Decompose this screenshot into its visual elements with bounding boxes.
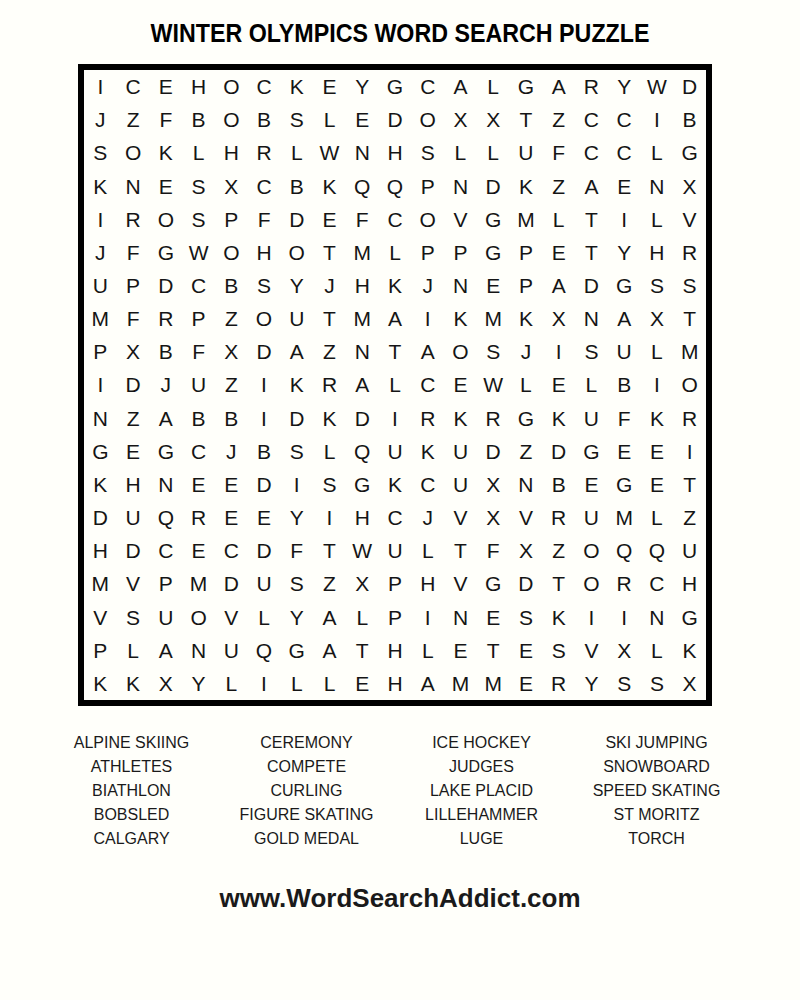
- word-item: ALPINE SKIING: [44, 731, 219, 755]
- grid-cell-r6c4: W: [182, 236, 215, 269]
- grid-cell-r10c15: E: [542, 368, 575, 401]
- grid-cell-r9c11: A: [411, 335, 444, 368]
- grid-cell-r18c12: E: [444, 634, 477, 667]
- grid-cell-r14c10: C: [379, 501, 412, 534]
- grid-cell-r18c1: P: [84, 634, 117, 667]
- grid-cell-r12c5: J: [215, 435, 248, 468]
- grid-cell-r3c12: L: [444, 136, 477, 169]
- grid-cell-r12c7: S: [280, 435, 313, 468]
- grid-cell-r3c1: S: [84, 136, 117, 169]
- grid-cell-r19c14: E: [510, 667, 543, 700]
- grid-cell-r16c3: P: [149, 567, 182, 600]
- grid-cell-r1c13: L: [477, 70, 510, 103]
- grid-cell-r6c18: H: [641, 236, 674, 269]
- grid-cell-r10c8: R: [313, 368, 346, 401]
- grid-cell-r8c5: Z: [215, 302, 248, 335]
- grid-cell-r3c7: L: [280, 136, 313, 169]
- grid-cell-r14c2: U: [117, 501, 150, 534]
- grid-cell-r14c9: H: [346, 501, 379, 534]
- grid-cell-r1c15: A: [542, 70, 575, 103]
- word-item: SKI JUMPING: [569, 731, 744, 755]
- grid-cell-r5c14: M: [510, 203, 543, 236]
- grid-cell-r6c15: E: [542, 236, 575, 269]
- grid-cell-r3c14: U: [510, 136, 543, 169]
- grid-cell-r1c9: Y: [346, 70, 379, 103]
- grid-cell-r3c10: H: [379, 136, 412, 169]
- grid-cell-r6c12: P: [444, 236, 477, 269]
- grid-cell-r6c6: H: [248, 236, 281, 269]
- grid-cell-r3c11: S: [411, 136, 444, 169]
- grid-cell-r19c4: Y: [182, 667, 215, 700]
- grid-cell-r11c13: R: [477, 402, 510, 435]
- grid-cell-r16c19: H: [673, 567, 706, 600]
- grid-cell-r9c5: X: [215, 335, 248, 368]
- grid-cell-r11c8: K: [313, 402, 346, 435]
- grid-cell-r8c2: F: [117, 302, 150, 335]
- grid-cell-r17c16: I: [575, 601, 608, 634]
- grid-cell-r16c6: U: [248, 567, 281, 600]
- grid-cell-r10c18: I: [641, 368, 674, 401]
- grid-cell-r3c6: R: [248, 136, 281, 169]
- grid-cell-r9c2: X: [117, 335, 150, 368]
- grid-cell-r17c7: Y: [280, 601, 313, 634]
- grid-cell-r14c11: J: [411, 501, 444, 534]
- grid-cell-r13c19: T: [673, 468, 706, 501]
- grid-cell-r13c16: E: [575, 468, 608, 501]
- grid-cell-r4c1: K: [84, 169, 117, 202]
- grid-cell-r7c5: B: [215, 269, 248, 302]
- grid-cell-r3c5: H: [215, 136, 248, 169]
- grid-cell-r11c15: K: [542, 402, 575, 435]
- grid-cell-r17c1: V: [84, 601, 117, 634]
- grid-cell-r10c10: L: [379, 368, 412, 401]
- grid-cell-r15c11: L: [411, 534, 444, 567]
- grid-cell-r10c17: B: [608, 368, 641, 401]
- grid-cell-r7c9: H: [346, 269, 379, 302]
- grid-cell-r14c3: Q: [149, 501, 182, 534]
- grid-cell-r19c16: Y: [575, 667, 608, 700]
- grid-cell-r2c7: S: [280, 103, 313, 136]
- grid-cell-r3c13: L: [477, 136, 510, 169]
- word-item: TORCH: [569, 827, 744, 851]
- grid-cell-r15c2: D: [117, 534, 150, 567]
- grid-cell-r6c9: M: [346, 236, 379, 269]
- grid-cell-r4c14: K: [510, 169, 543, 202]
- grid-cell-r19c2: K: [117, 667, 150, 700]
- grid-cell-r10c1: I: [84, 368, 117, 401]
- grid-cell-r9c8: Z: [313, 335, 346, 368]
- website-url: www.WordSearchAddict.com: [0, 883, 800, 914]
- grid-cell-r9c9: N: [346, 335, 379, 368]
- grid-cell-r14c6: E: [248, 501, 281, 534]
- grid-cell-r10c3: J: [149, 368, 182, 401]
- grid-cell-r14c19: Z: [673, 501, 706, 534]
- grid-cell-r17c8: A: [313, 601, 346, 634]
- grid-cell-r13c7: I: [280, 468, 313, 501]
- grid-cell-r9c10: T: [379, 335, 412, 368]
- word-search-page: WINTER OLYMPICS WORD SEARCH PUZZLE ICEHO…: [0, 0, 800, 1000]
- grid-cell-r1c6: C: [248, 70, 281, 103]
- grid-cell-r3c18: L: [641, 136, 674, 169]
- grid-cell-r1c10: G: [379, 70, 412, 103]
- grid-cell-r10c5: Z: [215, 368, 248, 401]
- grid-cell-r17c18: N: [641, 601, 674, 634]
- grid-cell-r9c1: P: [84, 335, 117, 368]
- grid-cell-r17c11: I: [411, 601, 444, 634]
- grid-cell-r5c12: V: [444, 203, 477, 236]
- grid-cell-r17c5: V: [215, 601, 248, 634]
- grid-cell-r2c12: X: [444, 103, 477, 136]
- grid-cell-r18c11: L: [411, 634, 444, 667]
- grid-cell-r18c14: E: [510, 634, 543, 667]
- grid-cell-r11c7: D: [280, 402, 313, 435]
- grid-cell-r1c8: E: [313, 70, 346, 103]
- grid-cell-r17c19: G: [673, 601, 706, 634]
- grid-cell-r19c7: L: [280, 667, 313, 700]
- grid-cell-r3c3: K: [149, 136, 182, 169]
- grid-cell-r19c10: H: [379, 667, 412, 700]
- grid-cell-r7c19: S: [673, 269, 706, 302]
- grid-cell-r16c8: Z: [313, 567, 346, 600]
- grid-cell-r19c12: M: [444, 667, 477, 700]
- grid-cell-r18c3: A: [149, 634, 182, 667]
- grid-cell-r1c2: C: [117, 70, 150, 103]
- grid-cell-r10c9: A: [346, 368, 379, 401]
- grid-cell-r12c8: L: [313, 435, 346, 468]
- grid-cell-r3c16: C: [575, 136, 608, 169]
- grid-cell-r9c14: J: [510, 335, 543, 368]
- grid-cell-r1c3: E: [149, 70, 182, 103]
- grid-cell-r8c9: M: [346, 302, 379, 335]
- grid-cell-r17c4: O: [182, 601, 215, 634]
- grid-cell-r15c3: C: [149, 534, 182, 567]
- grid-cell-r4c6: C: [248, 169, 281, 202]
- grid-cell-r8c16: N: [575, 302, 608, 335]
- grid-cell-r5c13: G: [477, 203, 510, 236]
- grid-cell-r6c19: R: [673, 236, 706, 269]
- grid-cell-r2c14: T: [510, 103, 543, 136]
- grid-cell-r5c15: L: [542, 203, 575, 236]
- grid-cell-r8c6: O: [248, 302, 281, 335]
- grid-cell-r13c4: E: [182, 468, 215, 501]
- puzzle-title: WINTER OLYMPICS WORD SEARCH PUZZLE: [28, 19, 772, 48]
- grid-cell-r16c13: G: [477, 567, 510, 600]
- grid-cell-r13c1: K: [84, 468, 117, 501]
- grid-cell-r13c14: N: [510, 468, 543, 501]
- grid-cell-r19c8: L: [313, 667, 346, 700]
- grid-cell-r15c10: U: [379, 534, 412, 567]
- grid-cell-r3c8: W: [313, 136, 346, 169]
- word-item: CALGARY: [44, 827, 219, 851]
- grid-cell-r14c14: V: [510, 501, 543, 534]
- grid-cell-r15c12: T: [444, 534, 477, 567]
- grid-cell-r9c12: O: [444, 335, 477, 368]
- word-list-column-3: ICE HOCKEYJUDGESLAKE PLACIDLILLEHAMMERLU…: [394, 731, 569, 851]
- grid-cell-r12c15: D: [542, 435, 575, 468]
- grid-cell-r18c10: H: [379, 634, 412, 667]
- grid-cell-r13c13: X: [477, 468, 510, 501]
- grid-cell-r4c5: X: [215, 169, 248, 202]
- grid-cell-r13c18: E: [641, 468, 674, 501]
- grid-cell-r10c19: O: [673, 368, 706, 401]
- grid-cell-r15c17: Q: [608, 534, 641, 567]
- grid-cell-r14c1: D: [84, 501, 117, 534]
- grid-cell-r18c13: T: [477, 634, 510, 667]
- grid-cell-r5c2: R: [117, 203, 150, 236]
- grid-cell-r5c7: D: [280, 203, 313, 236]
- grid-cell-r9c13: S: [477, 335, 510, 368]
- grid-cell-r12c10: U: [379, 435, 412, 468]
- grid-cell-r18c7: G: [280, 634, 313, 667]
- grid-cell-r8c4: P: [182, 302, 215, 335]
- grid-cell-r19c15: R: [542, 667, 575, 700]
- grid-cell-r1c7: K: [280, 70, 313, 103]
- grid-cell-r19c19: X: [673, 667, 706, 700]
- grid-cell-r10c6: I: [248, 368, 281, 401]
- grid-cell-r18c17: X: [608, 634, 641, 667]
- grid-cell-r12c4: C: [182, 435, 215, 468]
- grid-cell-r2c4: B: [182, 103, 215, 136]
- grid-cell-r7c8: J: [313, 269, 346, 302]
- grid-cell-r13c2: H: [117, 468, 150, 501]
- grid-cell-r2c2: Z: [117, 103, 150, 136]
- grid-cell-r4c7: B: [280, 169, 313, 202]
- grid-cell-r11c18: K: [641, 402, 674, 435]
- grid-cell-r6c11: P: [411, 236, 444, 269]
- grid-cell-r14c13: X: [477, 501, 510, 534]
- grid-cell-r11c6: I: [248, 402, 281, 435]
- grid-cell-r8c19: T: [673, 302, 706, 335]
- grid-cell-r7c6: S: [248, 269, 281, 302]
- grid-cell-r19c3: X: [149, 667, 182, 700]
- word-item: BOBSLED: [44, 803, 219, 827]
- grid-cell-r4c11: P: [411, 169, 444, 202]
- grid-cell-r7c2: P: [117, 269, 150, 302]
- grid-cell-r14c12: V: [444, 501, 477, 534]
- grid-cell-r11c9: D: [346, 402, 379, 435]
- grid-cell-r11c5: B: [215, 402, 248, 435]
- grid-cell-r17c2: S: [117, 601, 150, 634]
- grid-cell-r7c7: Y: [280, 269, 313, 302]
- grid-cell-r15c15: Z: [542, 534, 575, 567]
- grid-cell-r5c17: I: [608, 203, 641, 236]
- grid-cell-r13c17: G: [608, 468, 641, 501]
- grid-cell-r18c18: L: [641, 634, 674, 667]
- grid-cell-r14c18: L: [641, 501, 674, 534]
- grid-cell-r2c3: F: [149, 103, 182, 136]
- word-item: LILLEHAMMER: [394, 803, 569, 827]
- grid-cell-r4c9: Q: [346, 169, 379, 202]
- grid-cell-r14c17: M: [608, 501, 641, 534]
- grid-cell-r8c12: K: [444, 302, 477, 335]
- grid-cell-r8c18: X: [641, 302, 674, 335]
- grid-cell-r9c16: S: [575, 335, 608, 368]
- grid-cell-r5c11: O: [411, 203, 444, 236]
- grid-cell-r13c10: K: [379, 468, 412, 501]
- grid-cell-r12c3: G: [149, 435, 182, 468]
- grid-cell-r2c19: B: [673, 103, 706, 136]
- word-list: ALPINE SKIINGATHLETESBIATHLONBOBSLEDCALG…: [44, 731, 744, 851]
- grid-cell-r8c14: K: [510, 302, 543, 335]
- grid-cell-r12c14: Z: [510, 435, 543, 468]
- grid-cell-r4c12: N: [444, 169, 477, 202]
- word-list-column-2: CEREMONYCOMPETECURLINGFIGURE SKATINGGOLD…: [219, 731, 394, 851]
- grid-cell-r5c6: F: [248, 203, 281, 236]
- grid-cell-r4c17: E: [608, 169, 641, 202]
- grid-cell-r10c14: L: [510, 368, 543, 401]
- grid-cell-r4c8: K: [313, 169, 346, 202]
- grid-cell-r13c8: S: [313, 468, 346, 501]
- grid-cell-r15c16: O: [575, 534, 608, 567]
- word-list-column-4: SKI JUMPINGSNOWBOARDSPEED SKATINGST MORI…: [569, 731, 744, 851]
- grid-cell-r2c15: Z: [542, 103, 575, 136]
- grid-cell-r15c13: F: [477, 534, 510, 567]
- grid-cell-r7c16: D: [575, 269, 608, 302]
- grid-cell-r17c15: K: [542, 601, 575, 634]
- grid-cell-r11c2: Z: [117, 402, 150, 435]
- grid-cell-r8c1: M: [84, 302, 117, 335]
- grid-cell-r1c1: I: [84, 70, 117, 103]
- grid-cell-r4c4: S: [182, 169, 215, 202]
- grid-cell-r15c14: X: [510, 534, 543, 567]
- grid-cell-r7c11: J: [411, 269, 444, 302]
- grid-cell-r9c19: M: [673, 335, 706, 368]
- grid-cell-r19c18: S: [641, 667, 674, 700]
- grid-cell-r14c5: E: [215, 501, 248, 534]
- word-item: SNOWBOARD: [569, 755, 744, 779]
- grid-cell-r2c11: O: [411, 103, 444, 136]
- grid-cell-r18c6: Q: [248, 634, 281, 667]
- grid-cell-r2c16: C: [575, 103, 608, 136]
- grid-cell-r1c19: D: [673, 70, 706, 103]
- grid-cell-r7c14: P: [510, 269, 543, 302]
- grid-cell-r11c17: F: [608, 402, 641, 435]
- grid-cell-r17c12: N: [444, 601, 477, 634]
- grid-cell-r13c9: G: [346, 468, 379, 501]
- grid-cell-r18c19: K: [673, 634, 706, 667]
- grid-cell-r6c14: P: [510, 236, 543, 269]
- grid-cell-r18c9: T: [346, 634, 379, 667]
- grid-cell-r8c7: U: [280, 302, 313, 335]
- word-item: BIATHLON: [44, 779, 219, 803]
- grid-cell-r4c19: X: [673, 169, 706, 202]
- grid-cell-r7c17: G: [608, 269, 641, 302]
- word-item: LAKE PLACID: [394, 779, 569, 803]
- grid-cell-r4c10: Q: [379, 169, 412, 202]
- grid-cell-r14c16: U: [575, 501, 608, 534]
- grid-cell-r2c17: C: [608, 103, 641, 136]
- grid-cell-r18c4: N: [182, 634, 215, 667]
- word-item: GOLD MEDAL: [219, 827, 394, 851]
- grid-cell-r16c17: R: [608, 567, 641, 600]
- grid-cell-r17c13: E: [477, 601, 510, 634]
- grid-cell-r7c15: A: [542, 269, 575, 302]
- grid-cell-r10c4: U: [182, 368, 215, 401]
- grid-cell-r10c7: K: [280, 368, 313, 401]
- grid-cell-r13c3: N: [149, 468, 182, 501]
- grid-cell-r16c9: X: [346, 567, 379, 600]
- grid-cell-r15c8: T: [313, 534, 346, 567]
- grid-cell-r6c3: G: [149, 236, 182, 269]
- word-item: SPEED SKATING: [569, 779, 744, 803]
- grid-cell-r2c1: J: [84, 103, 117, 136]
- grid-cell-r19c5: L: [215, 667, 248, 700]
- grid-cell-r13c15: B: [542, 468, 575, 501]
- grid-cell-r2c10: D: [379, 103, 412, 136]
- grid-cell-r6c10: L: [379, 236, 412, 269]
- grid-cell-r10c16: L: [575, 368, 608, 401]
- grid-cell-r8c10: A: [379, 302, 412, 335]
- grid-cell-r7c18: S: [641, 269, 674, 302]
- grid-cell-r16c5: D: [215, 567, 248, 600]
- grid-cell-r15c4: E: [182, 534, 215, 567]
- grid-cell-r15c18: Q: [641, 534, 674, 567]
- grid-cell-r2c6: B: [248, 103, 281, 136]
- grid-cell-r9c18: L: [641, 335, 674, 368]
- grid-cell-r14c7: Y: [280, 501, 313, 534]
- grid-cell-r2c5: O: [215, 103, 248, 136]
- grid-cell-r11c3: A: [149, 402, 182, 435]
- grid-cell-r17c3: U: [149, 601, 182, 634]
- grid-cell-r13c12: U: [444, 468, 477, 501]
- grid-cell-r6c1: J: [84, 236, 117, 269]
- grid-cell-r4c3: E: [149, 169, 182, 202]
- grid-cell-r18c8: A: [313, 634, 346, 667]
- grid-cell-r7c4: C: [182, 269, 215, 302]
- grid-cell-r6c13: G: [477, 236, 510, 269]
- grid-cell-r17c14: S: [510, 601, 543, 634]
- grid-cell-r15c5: C: [215, 534, 248, 567]
- word-item: ICE HOCKEY: [394, 731, 569, 755]
- grid-cell-r2c13: X: [477, 103, 510, 136]
- grid-cell-r14c8: I: [313, 501, 346, 534]
- grid-cell-r11c19: R: [673, 402, 706, 435]
- grid-cell-r5c4: S: [182, 203, 215, 236]
- grid-cell-r5c10: C: [379, 203, 412, 236]
- grid-cell-r18c15: S: [542, 634, 575, 667]
- grid-cell-r11c11: R: [411, 402, 444, 435]
- grid-cell-r8c17: A: [608, 302, 641, 335]
- grid-cell-r9c17: U: [608, 335, 641, 368]
- grid-cell-r4c15: Z: [542, 169, 575, 202]
- grid-cell-r19c17: S: [608, 667, 641, 700]
- grid-cell-r1c16: R: [575, 70, 608, 103]
- letter-grid: ICEHOCKEYGCALGARYWDJZFBOBSLEDOXXTZCCIBSO…: [84, 70, 706, 700]
- grid-cell-r17c17: I: [608, 601, 641, 634]
- grid-cell-r3c19: G: [673, 136, 706, 169]
- word-item: COMPETE: [219, 755, 394, 779]
- grid-cell-r12c16: G: [575, 435, 608, 468]
- grid-cell-r16c14: D: [510, 567, 543, 600]
- grid-cell-r11c12: K: [444, 402, 477, 435]
- grid-cell-r11c14: G: [510, 402, 543, 435]
- grid-cell-r6c17: Y: [608, 236, 641, 269]
- grid-cell-r1c5: O: [215, 70, 248, 103]
- grid-cell-r16c12: V: [444, 567, 477, 600]
- grid-cell-r10c2: D: [117, 368, 150, 401]
- grid-cell-r12c11: K: [411, 435, 444, 468]
- grid-cell-r16c4: M: [182, 567, 215, 600]
- grid-cell-r10c11: C: [411, 368, 444, 401]
- grid-cell-r12c18: E: [641, 435, 674, 468]
- grid-cell-r16c1: M: [84, 567, 117, 600]
- grid-cell-r4c16: A: [575, 169, 608, 202]
- grid-cell-r1c11: C: [411, 70, 444, 103]
- grid-cell-r9c6: D: [248, 335, 281, 368]
- word-item: CURLING: [219, 779, 394, 803]
- grid-cell-r15c19: U: [673, 534, 706, 567]
- grid-cell-r12c17: E: [608, 435, 641, 468]
